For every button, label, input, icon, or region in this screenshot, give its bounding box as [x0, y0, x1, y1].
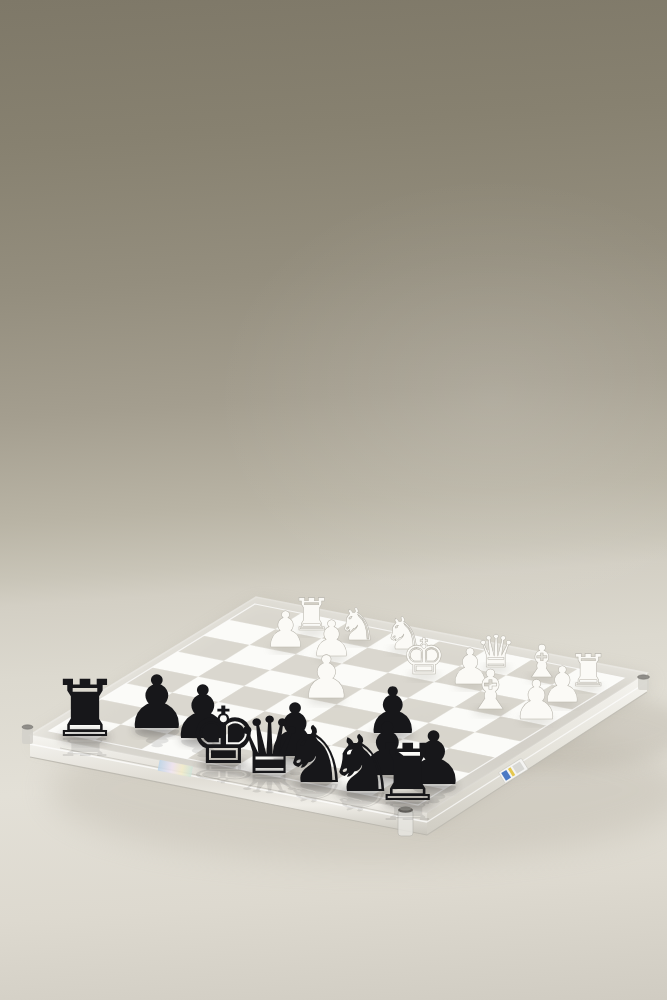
piece-white-bishop-g3: ♝ [466, 658, 515, 722]
piece-black-rook-h8: ♜ [373, 727, 443, 819]
product-photo-scene: ♟♟♟♟♟♜♚♛♞♞♜ ♜♞♞♛♝♜♟♟♚♟♟♝♟♟♟♟♟♟♟♟♜♚♛♞♞♜ [0, 0, 667, 1000]
chess-board: ♟♟♟♟♟♜♚♛♞♞♜ ♜♞♞♛♝♜♟♟♚♟♟♝♟♟♟♟♟♟♟♟♜♚♛♞♞♜ [0, 0, 667, 1000]
right-corner-screw [638, 675, 650, 690]
left-corner-screw [22, 725, 33, 744]
piece-white-pawn-h3: ♟ [512, 668, 561, 732]
piece-black-rook-a8: ♜ [50, 663, 120, 755]
